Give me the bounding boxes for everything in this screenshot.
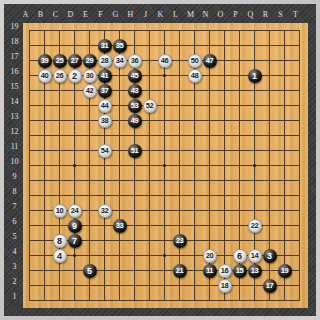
cell-C19[interactable] bbox=[52, 23, 67, 38]
cell-D3[interactable] bbox=[67, 263, 82, 278]
stone-21-black[interactable]: 21 bbox=[173, 264, 187, 278]
stone-52-white[interactable]: 52 bbox=[143, 99, 157, 113]
stone-24-white[interactable]: 24 bbox=[68, 204, 82, 218]
cell-F10[interactable] bbox=[97, 158, 112, 173]
cell-J1[interactable] bbox=[142, 293, 157, 308]
cell-B14[interactable] bbox=[37, 98, 52, 113]
cell-P2[interactable] bbox=[232, 278, 247, 293]
cell-T14[interactable] bbox=[292, 98, 307, 113]
cell-Q18[interactable] bbox=[247, 38, 262, 53]
cell-T8[interactable] bbox=[292, 188, 307, 203]
cell-O1[interactable] bbox=[217, 293, 232, 308]
cell-P4[interactable]: 6 bbox=[232, 248, 247, 263]
cell-D1[interactable] bbox=[67, 293, 82, 308]
cell-O9[interactable] bbox=[217, 173, 232, 188]
cell-M14[interactable] bbox=[187, 98, 202, 113]
cell-F19[interactable] bbox=[97, 23, 112, 38]
cell-H2[interactable] bbox=[127, 278, 142, 293]
stone-29-black[interactable]: 29 bbox=[83, 54, 97, 68]
stone-47-black[interactable]: 47 bbox=[203, 54, 217, 68]
cell-B13[interactable] bbox=[37, 113, 52, 128]
cell-Q10[interactable] bbox=[247, 158, 262, 173]
cell-Q11[interactable] bbox=[247, 143, 262, 158]
cell-H6[interactable] bbox=[127, 218, 142, 233]
cell-H4[interactable] bbox=[127, 248, 142, 263]
cell-F9[interactable] bbox=[97, 173, 112, 188]
cell-K17[interactable]: 46 bbox=[157, 53, 172, 68]
cell-J11[interactable] bbox=[142, 143, 157, 158]
cell-D7[interactable]: 24 bbox=[67, 203, 82, 218]
cell-O12[interactable] bbox=[217, 128, 232, 143]
cell-B12[interactable] bbox=[37, 128, 52, 143]
cell-H12[interactable] bbox=[127, 128, 142, 143]
cell-C7[interactable]: 10 bbox=[52, 203, 67, 218]
cell-T16[interactable] bbox=[292, 68, 307, 83]
cell-C17[interactable]: 25 bbox=[52, 53, 67, 68]
cell-A17[interactable] bbox=[22, 53, 37, 68]
cell-C18[interactable] bbox=[52, 38, 67, 53]
cell-R10[interactable] bbox=[262, 158, 277, 173]
cell-N18[interactable] bbox=[202, 38, 217, 53]
cell-P12[interactable] bbox=[232, 128, 247, 143]
stone-34-white[interactable]: 34 bbox=[113, 54, 127, 68]
cell-Q17[interactable] bbox=[247, 53, 262, 68]
cell-A16[interactable] bbox=[22, 68, 37, 83]
cell-N1[interactable] bbox=[202, 293, 217, 308]
stone-3-black[interactable]: 3 bbox=[263, 249, 277, 263]
cell-O14[interactable] bbox=[217, 98, 232, 113]
cell-C2[interactable] bbox=[52, 278, 67, 293]
cell-B2[interactable] bbox=[37, 278, 52, 293]
cell-Q19[interactable] bbox=[247, 23, 262, 38]
stone-41-black[interactable]: 41 bbox=[98, 69, 112, 83]
cell-G9[interactable] bbox=[112, 173, 127, 188]
cell-E12[interactable] bbox=[82, 128, 97, 143]
stone-32-white[interactable]: 32 bbox=[98, 204, 112, 218]
cell-H18[interactable] bbox=[127, 38, 142, 53]
cell-B16[interactable]: 40 bbox=[37, 68, 52, 83]
cell-Q7[interactable] bbox=[247, 203, 262, 218]
cell-L1[interactable] bbox=[172, 293, 187, 308]
cell-T13[interactable] bbox=[292, 113, 307, 128]
cell-K6[interactable] bbox=[157, 218, 172, 233]
stone-43-black[interactable]: 43 bbox=[128, 84, 142, 98]
cell-S9[interactable] bbox=[277, 173, 292, 188]
cell-R11[interactable] bbox=[262, 143, 277, 158]
cell-N16[interactable] bbox=[202, 68, 217, 83]
stone-39-black[interactable]: 39 bbox=[38, 54, 52, 68]
cell-M8[interactable] bbox=[187, 188, 202, 203]
cell-O15[interactable] bbox=[217, 83, 232, 98]
cell-A11[interactable] bbox=[22, 143, 37, 158]
cell-P19[interactable] bbox=[232, 23, 247, 38]
cell-N15[interactable] bbox=[202, 83, 217, 98]
cell-S12[interactable] bbox=[277, 128, 292, 143]
cell-E19[interactable] bbox=[82, 23, 97, 38]
cell-K13[interactable] bbox=[157, 113, 172, 128]
cell-N10[interactable] bbox=[202, 158, 217, 173]
stone-22-white[interactable]: 22 bbox=[248, 219, 262, 233]
cell-N14[interactable] bbox=[202, 98, 217, 113]
cell-S7[interactable] bbox=[277, 203, 292, 218]
stone-45-black[interactable]: 45 bbox=[128, 69, 142, 83]
cell-C15[interactable] bbox=[52, 83, 67, 98]
cell-G17[interactable]: 34 bbox=[112, 53, 127, 68]
stone-1-black[interactable]: 1 bbox=[248, 69, 262, 83]
stone-36-white[interactable]: 36 bbox=[128, 54, 142, 68]
cell-O7[interactable] bbox=[217, 203, 232, 218]
cell-N8[interactable] bbox=[202, 188, 217, 203]
cell-D17[interactable]: 27 bbox=[67, 53, 82, 68]
cell-T10[interactable] bbox=[292, 158, 307, 173]
cell-S18[interactable] bbox=[277, 38, 292, 53]
stone-7-black[interactable]: 7 bbox=[68, 234, 82, 248]
stone-31-black[interactable]: 31 bbox=[98, 39, 112, 53]
cell-B18[interactable] bbox=[37, 38, 52, 53]
cell-G18[interactable]: 35 bbox=[112, 38, 127, 53]
cell-F6[interactable] bbox=[97, 218, 112, 233]
cell-F2[interactable] bbox=[97, 278, 112, 293]
cell-R9[interactable] bbox=[262, 173, 277, 188]
cell-J17[interactable] bbox=[142, 53, 157, 68]
cell-B9[interactable] bbox=[37, 173, 52, 188]
cell-E18[interactable] bbox=[82, 38, 97, 53]
cell-C12[interactable] bbox=[52, 128, 67, 143]
cell-L10[interactable] bbox=[172, 158, 187, 173]
cell-R15[interactable] bbox=[262, 83, 277, 98]
cell-K18[interactable] bbox=[157, 38, 172, 53]
cell-G1[interactable] bbox=[112, 293, 127, 308]
cell-M7[interactable] bbox=[187, 203, 202, 218]
cell-A2[interactable] bbox=[22, 278, 37, 293]
cell-D11[interactable] bbox=[67, 143, 82, 158]
cell-T6[interactable] bbox=[292, 218, 307, 233]
cell-G3[interactable] bbox=[112, 263, 127, 278]
cell-F1[interactable] bbox=[97, 293, 112, 308]
cell-E16[interactable]: 30 bbox=[82, 68, 97, 83]
cell-M2[interactable] bbox=[187, 278, 202, 293]
cell-L2[interactable] bbox=[172, 278, 187, 293]
cell-O5[interactable] bbox=[217, 233, 232, 248]
cell-K15[interactable] bbox=[157, 83, 172, 98]
cell-R13[interactable] bbox=[262, 113, 277, 128]
cell-E10[interactable] bbox=[82, 158, 97, 173]
stone-26-white[interactable]: 26 bbox=[53, 69, 67, 83]
cell-G7[interactable] bbox=[112, 203, 127, 218]
cell-N12[interactable] bbox=[202, 128, 217, 143]
cell-S13[interactable] bbox=[277, 113, 292, 128]
cell-D10[interactable] bbox=[67, 158, 82, 173]
cell-R19[interactable] bbox=[262, 23, 277, 38]
cell-Q15[interactable] bbox=[247, 83, 262, 98]
cell-C4[interactable]: 4 bbox=[52, 248, 67, 263]
cell-P15[interactable] bbox=[232, 83, 247, 98]
cell-S14[interactable] bbox=[277, 98, 292, 113]
cell-N4[interactable]: 20 bbox=[202, 248, 217, 263]
cell-J15[interactable] bbox=[142, 83, 157, 98]
cell-C14[interactable] bbox=[52, 98, 67, 113]
cell-L13[interactable] bbox=[172, 113, 187, 128]
stone-54-white[interactable]: 54 bbox=[98, 144, 112, 158]
cell-S11[interactable] bbox=[277, 143, 292, 158]
cell-J3[interactable] bbox=[142, 263, 157, 278]
cell-A3[interactable] bbox=[22, 263, 37, 278]
cell-E14[interactable] bbox=[82, 98, 97, 113]
cell-Q1[interactable] bbox=[247, 293, 262, 308]
cell-Q14[interactable] bbox=[247, 98, 262, 113]
cell-N19[interactable] bbox=[202, 23, 217, 38]
cell-B10[interactable] bbox=[37, 158, 52, 173]
cell-K12[interactable] bbox=[157, 128, 172, 143]
cell-E2[interactable] bbox=[82, 278, 97, 293]
cell-D5[interactable]: 7 bbox=[67, 233, 82, 248]
cell-G10[interactable] bbox=[112, 158, 127, 173]
cell-M5[interactable] bbox=[187, 233, 202, 248]
cell-D15[interactable] bbox=[67, 83, 82, 98]
cell-L11[interactable] bbox=[172, 143, 187, 158]
cell-R1[interactable] bbox=[262, 293, 277, 308]
cell-H11[interactable]: 51 bbox=[127, 143, 142, 158]
stone-28-white[interactable]: 28 bbox=[98, 54, 112, 68]
stone-14-white[interactable]: 14 bbox=[248, 249, 262, 263]
cell-M10[interactable] bbox=[187, 158, 202, 173]
stone-37-black[interactable]: 37 bbox=[98, 84, 112, 98]
cell-D18[interactable] bbox=[67, 38, 82, 53]
cell-E9[interactable] bbox=[82, 173, 97, 188]
cell-T19[interactable] bbox=[292, 23, 307, 38]
cell-L9[interactable] bbox=[172, 173, 187, 188]
cell-H9[interactable] bbox=[127, 173, 142, 188]
cell-J9[interactable] bbox=[142, 173, 157, 188]
cell-T7[interactable] bbox=[292, 203, 307, 218]
cell-L15[interactable] bbox=[172, 83, 187, 98]
cell-J18[interactable] bbox=[142, 38, 157, 53]
cell-N2[interactable] bbox=[202, 278, 217, 293]
cell-J7[interactable] bbox=[142, 203, 157, 218]
cell-D6[interactable]: 9 bbox=[67, 218, 82, 233]
stone-53-black[interactable]: 53 bbox=[128, 99, 142, 113]
cell-A13[interactable] bbox=[22, 113, 37, 128]
cell-R5[interactable] bbox=[262, 233, 277, 248]
cell-P14[interactable] bbox=[232, 98, 247, 113]
cell-Q8[interactable] bbox=[247, 188, 262, 203]
cell-L18[interactable] bbox=[172, 38, 187, 53]
cell-E4[interactable] bbox=[82, 248, 97, 263]
stone-4-white[interactable]: 4 bbox=[53, 249, 67, 263]
stone-18-white[interactable]: 18 bbox=[218, 279, 232, 293]
cell-O19[interactable] bbox=[217, 23, 232, 38]
cell-E1[interactable] bbox=[82, 293, 97, 308]
cell-S6[interactable] bbox=[277, 218, 292, 233]
cell-B17[interactable]: 39 bbox=[37, 53, 52, 68]
cell-R12[interactable] bbox=[262, 128, 277, 143]
stone-38-white[interactable]: 38 bbox=[98, 114, 112, 128]
cell-K4[interactable] bbox=[157, 248, 172, 263]
cell-Q4[interactable]: 14 bbox=[247, 248, 262, 263]
stone-25-black[interactable]: 25 bbox=[53, 54, 67, 68]
cell-B6[interactable] bbox=[37, 218, 52, 233]
cell-A19[interactable] bbox=[22, 23, 37, 38]
cell-R17[interactable] bbox=[262, 53, 277, 68]
cell-Q13[interactable] bbox=[247, 113, 262, 128]
stone-15-black[interactable]: 15 bbox=[233, 264, 247, 278]
cell-N7[interactable] bbox=[202, 203, 217, 218]
cell-L14[interactable] bbox=[172, 98, 187, 113]
cell-E17[interactable]: 29 bbox=[82, 53, 97, 68]
cell-M9[interactable] bbox=[187, 173, 202, 188]
cell-N6[interactable] bbox=[202, 218, 217, 233]
cell-A6[interactable] bbox=[22, 218, 37, 233]
cell-T1[interactable] bbox=[292, 293, 307, 308]
stone-33-black[interactable]: 33 bbox=[113, 219, 127, 233]
cell-O4[interactable] bbox=[217, 248, 232, 263]
cell-R2[interactable]: 17 bbox=[262, 278, 277, 293]
cell-H5[interactable] bbox=[127, 233, 142, 248]
cell-P11[interactable] bbox=[232, 143, 247, 158]
cell-Q12[interactable] bbox=[247, 128, 262, 143]
cell-C10[interactable] bbox=[52, 158, 67, 173]
cell-M1[interactable] bbox=[187, 293, 202, 308]
cell-H14[interactable]: 53 bbox=[127, 98, 142, 113]
cell-M11[interactable] bbox=[187, 143, 202, 158]
cell-K7[interactable] bbox=[157, 203, 172, 218]
cell-J10[interactable] bbox=[142, 158, 157, 173]
cell-G8[interactable] bbox=[112, 188, 127, 203]
cell-E5[interactable] bbox=[82, 233, 97, 248]
cell-L17[interactable] bbox=[172, 53, 187, 68]
cell-N11[interactable] bbox=[202, 143, 217, 158]
cell-A7[interactable] bbox=[22, 203, 37, 218]
cell-H10[interactable] bbox=[127, 158, 142, 173]
cell-J6[interactable] bbox=[142, 218, 157, 233]
stone-42-white[interactable]: 42 bbox=[83, 84, 97, 98]
cell-H13[interactable]: 49 bbox=[127, 113, 142, 128]
cell-H15[interactable]: 43 bbox=[127, 83, 142, 98]
cell-F3[interactable] bbox=[97, 263, 112, 278]
cell-L12[interactable] bbox=[172, 128, 187, 143]
stone-35-black[interactable]: 35 bbox=[113, 39, 127, 53]
cell-S16[interactable] bbox=[277, 68, 292, 83]
cell-O16[interactable] bbox=[217, 68, 232, 83]
cell-G14[interactable] bbox=[112, 98, 127, 113]
cell-P8[interactable] bbox=[232, 188, 247, 203]
cell-A5[interactable] bbox=[22, 233, 37, 248]
cell-A9[interactable] bbox=[22, 173, 37, 188]
cell-T12[interactable] bbox=[292, 128, 307, 143]
cell-M13[interactable] bbox=[187, 113, 202, 128]
cell-F7[interactable]: 32 bbox=[97, 203, 112, 218]
cell-J19[interactable] bbox=[142, 23, 157, 38]
stone-50-white[interactable]: 50 bbox=[188, 54, 202, 68]
cell-F5[interactable] bbox=[97, 233, 112, 248]
cell-L16[interactable] bbox=[172, 68, 187, 83]
cell-E15[interactable]: 42 bbox=[82, 83, 97, 98]
cell-P1[interactable] bbox=[232, 293, 247, 308]
cell-M17[interactable]: 50 bbox=[187, 53, 202, 68]
cell-P7[interactable] bbox=[232, 203, 247, 218]
cell-L5[interactable]: 23 bbox=[172, 233, 187, 248]
cell-J16[interactable] bbox=[142, 68, 157, 83]
cell-D4[interactable] bbox=[67, 248, 82, 263]
cell-Q2[interactable] bbox=[247, 278, 262, 293]
stone-10-white[interactable]: 10 bbox=[53, 204, 67, 218]
cell-G5[interactable] bbox=[112, 233, 127, 248]
cell-B11[interactable] bbox=[37, 143, 52, 158]
cell-C3[interactable] bbox=[52, 263, 67, 278]
cell-O3[interactable]: 16 bbox=[217, 263, 232, 278]
cell-P18[interactable] bbox=[232, 38, 247, 53]
cell-G6[interactable]: 33 bbox=[112, 218, 127, 233]
stone-51-black[interactable]: 51 bbox=[128, 144, 142, 158]
stone-13-black[interactable]: 13 bbox=[248, 264, 262, 278]
cell-L19[interactable] bbox=[172, 23, 187, 38]
cell-K16[interactable] bbox=[157, 68, 172, 83]
cell-O17[interactable] bbox=[217, 53, 232, 68]
cell-B8[interactable] bbox=[37, 188, 52, 203]
cell-B15[interactable] bbox=[37, 83, 52, 98]
cell-P16[interactable] bbox=[232, 68, 247, 83]
cell-K3[interactable] bbox=[157, 263, 172, 278]
cell-E8[interactable] bbox=[82, 188, 97, 203]
cell-A4[interactable] bbox=[22, 248, 37, 263]
cell-F12[interactable] bbox=[97, 128, 112, 143]
cell-S5[interactable] bbox=[277, 233, 292, 248]
cell-G15[interactable] bbox=[112, 83, 127, 98]
cell-H3[interactable] bbox=[127, 263, 142, 278]
cell-G13[interactable] bbox=[112, 113, 127, 128]
cell-M3[interactable] bbox=[187, 263, 202, 278]
stone-23-black[interactable]: 23 bbox=[173, 234, 187, 248]
cell-H1[interactable] bbox=[127, 293, 142, 308]
stone-6-white[interactable]: 6 bbox=[233, 249, 247, 263]
stone-2-white[interactable]: 2 bbox=[68, 69, 82, 83]
cell-F13[interactable]: 38 bbox=[97, 113, 112, 128]
cell-R18[interactable] bbox=[262, 38, 277, 53]
cell-G11[interactable] bbox=[112, 143, 127, 158]
cell-Q16[interactable]: 1 bbox=[247, 68, 262, 83]
stone-46-white[interactable]: 46 bbox=[158, 54, 172, 68]
cell-J12[interactable] bbox=[142, 128, 157, 143]
cell-H16[interactable]: 45 bbox=[127, 68, 142, 83]
cell-D13[interactable] bbox=[67, 113, 82, 128]
cell-F11[interactable]: 54 bbox=[97, 143, 112, 158]
cell-J8[interactable] bbox=[142, 188, 157, 203]
cell-O18[interactable] bbox=[217, 38, 232, 53]
cell-G16[interactable] bbox=[112, 68, 127, 83]
cell-A8[interactable] bbox=[22, 188, 37, 203]
cell-D2[interactable] bbox=[67, 278, 82, 293]
stone-19-black[interactable]: 19 bbox=[278, 264, 292, 278]
stone-16-white[interactable]: 16 bbox=[218, 264, 232, 278]
cell-Q5[interactable] bbox=[247, 233, 262, 248]
cell-B4[interactable] bbox=[37, 248, 52, 263]
cell-F14[interactable]: 44 bbox=[97, 98, 112, 113]
cell-J13[interactable] bbox=[142, 113, 157, 128]
cell-J2[interactable] bbox=[142, 278, 157, 293]
cell-P5[interactable] bbox=[232, 233, 247, 248]
cell-F17[interactable]: 28 bbox=[97, 53, 112, 68]
cell-S17[interactable] bbox=[277, 53, 292, 68]
cell-Q6[interactable]: 22 bbox=[247, 218, 262, 233]
cell-M15[interactable] bbox=[187, 83, 202, 98]
cell-G12[interactable] bbox=[112, 128, 127, 143]
cell-D16[interactable]: 2 bbox=[67, 68, 82, 83]
cell-A15[interactable] bbox=[22, 83, 37, 98]
cell-T5[interactable] bbox=[292, 233, 307, 248]
cell-B1[interactable] bbox=[37, 293, 52, 308]
cell-D12[interactable] bbox=[67, 128, 82, 143]
cell-T9[interactable] bbox=[292, 173, 307, 188]
